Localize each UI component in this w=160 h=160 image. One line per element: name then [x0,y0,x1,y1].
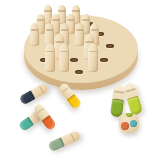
peg-neck-groove [89,51,98,53]
peg-neck-groove [70,133,75,141]
peg-neck-groove [81,19,89,21]
peg-sage[interactable] [47,130,81,153]
empty-hole-r3c2[interactable] [70,58,78,62]
wood-peg-r4c1[interactable] [59,43,69,72]
die-face-dot-green [126,113,133,117]
die-face-dot-orange [121,122,129,130]
peg-neck-groove [30,29,38,31]
peg-neck-groove [58,10,65,12]
wood-peg-r4c3[interactable] [88,43,98,72]
peg-navy[interactable] [19,83,50,106]
peg-neck-groove [90,29,98,31]
colour-die[interactable] [119,113,139,133]
peg-neck-groove [36,19,44,21]
peg-neck-groove [72,10,79,12]
peg-neck-groove [51,19,59,21]
peg-neck-groove [37,108,44,114]
peg-orange-colour-tip [42,115,57,131]
die-face-dot-teal [130,120,137,127]
empty-hole-r2c5[interactable] [106,44,114,48]
empty-hole-r3c4[interactable] [100,58,108,62]
wood-peg-r4c0[interactable] [45,43,55,72]
peg-neck-groove [44,10,51,12]
peg-sage-colour-tip [47,137,65,152]
peg-navy-colour-tip [19,91,35,106]
peg-neck-groove [60,51,69,53]
peg-neck-groove [75,29,83,31]
scene [0,0,160,160]
peg-neck-groove [46,51,55,53]
peg-neck-groove [39,86,44,93]
wood-peg-r2c0[interactable] [29,23,38,46]
peg-neck-groove [66,19,74,21]
peg-neck-groove [114,91,124,94]
peg-neck-groove [45,29,53,31]
peg-yellow-colour-tip [67,94,82,110]
peg-neck-groove [60,29,68,31]
peg-lime[interactable] [123,82,143,116]
wood-peg-r2c3[interactable] [74,23,83,46]
peg-neck-groove [62,87,69,93]
peg-teal-colour-tip [18,117,34,132]
peg-neck-groove [126,88,136,92]
